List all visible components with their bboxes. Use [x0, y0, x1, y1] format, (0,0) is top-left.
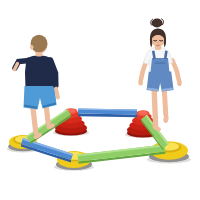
dome-top-highlight [139, 111, 148, 115]
boy [15, 35, 59, 140]
boy-ear [30, 45, 33, 50]
beam-blue-back [78, 109, 137, 118]
girl-right-leg [154, 90, 155, 125]
balance-course-photo [0, 0, 200, 200]
girl-hair-strand-right [164, 38, 166, 48]
product-photo [0, 0, 200, 200]
girl-overall-bib [150, 58, 169, 74]
girl-hair-bun [151, 19, 162, 28]
girl-left-arm [173, 61, 179, 81]
boy-hair [31, 35, 48, 53]
girl-shorts-cuffs [147, 89, 172, 91]
girl-mouth [157, 45, 160, 46]
girl-hair-strand-left [150, 38, 152, 48]
boy-right-hand [56, 89, 58, 98]
girl-left-leg [164, 90, 166, 115]
